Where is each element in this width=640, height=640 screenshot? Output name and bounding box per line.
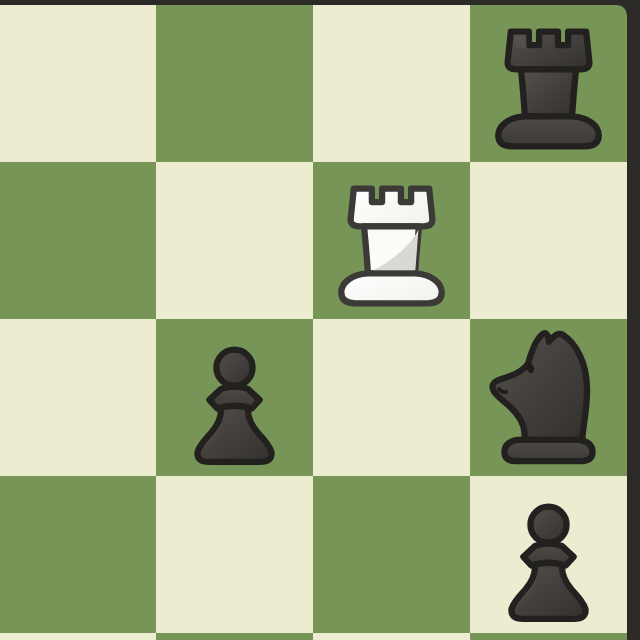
square-e4[interactable] xyxy=(0,633,156,640)
page-background xyxy=(0,0,640,640)
square-h7[interactable] xyxy=(470,162,627,319)
black-pawn-piece[interactable] xyxy=(156,319,313,476)
square-e7[interactable] xyxy=(0,162,156,319)
square-f5[interactable] xyxy=(156,476,313,633)
chess-board xyxy=(0,5,627,640)
square-f7[interactable] xyxy=(156,162,313,319)
square-e5[interactable] xyxy=(0,476,156,633)
square-h8[interactable] xyxy=(470,5,627,162)
square-h6[interactable] xyxy=(470,319,627,476)
square-h5[interactable] xyxy=(470,476,627,633)
square-e8[interactable] xyxy=(0,5,156,162)
square-e6[interactable] xyxy=(0,319,156,476)
square-f6[interactable] xyxy=(156,319,313,476)
black-knight-piece[interactable] xyxy=(470,319,627,476)
square-g4[interactable] xyxy=(313,633,470,640)
square-f8[interactable] xyxy=(156,5,313,162)
black-rook-piece[interactable] xyxy=(470,5,627,162)
square-h4[interactable] xyxy=(470,633,627,640)
square-g8[interactable] xyxy=(313,5,470,162)
square-g6[interactable] xyxy=(313,319,470,476)
square-g7[interactable] xyxy=(313,162,470,319)
square-g5[interactable] xyxy=(313,476,470,633)
square-f4[interactable] xyxy=(156,633,313,640)
white-rook-piece[interactable] xyxy=(313,162,470,319)
black-pawn-piece[interactable] xyxy=(470,476,627,633)
